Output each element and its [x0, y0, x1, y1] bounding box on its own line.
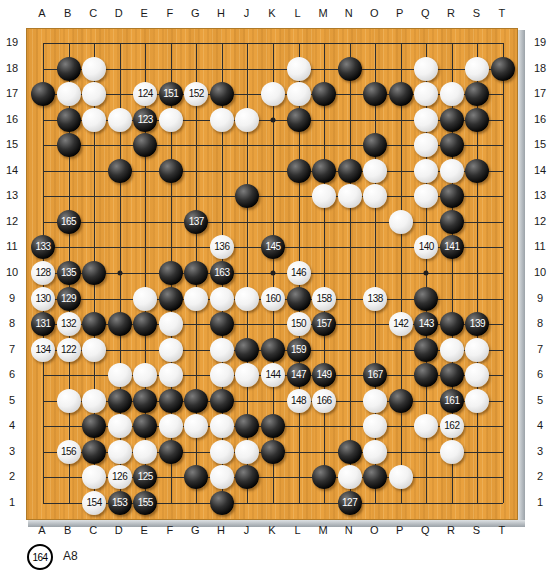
row-label-right-19: 19: [534, 36, 546, 48]
stone-D3: [108, 440, 132, 464]
stone-A8: 131: [31, 312, 55, 336]
move-number-R5: 161: [444, 396, 459, 406]
stone-C2: [82, 465, 106, 489]
move-number-A9: 130: [35, 294, 50, 304]
row-label-right-18: 18: [534, 62, 546, 74]
stone-P2: [389, 465, 413, 489]
stone-P8: 142: [389, 312, 413, 336]
col-label-bottom-K: K: [268, 524, 275, 536]
stone-R16: [440, 108, 464, 132]
row-label-left-4: 4: [9, 419, 15, 431]
move-number-D2: 126: [112, 472, 127, 482]
stone-O4: [363, 414, 387, 438]
stone-E5: [133, 389, 157, 413]
stone-P12: [389, 210, 413, 234]
stone-E3: [133, 440, 157, 464]
stone-H4: [210, 414, 234, 438]
move-number-L5: 148: [291, 396, 306, 406]
stone-G10: [184, 261, 208, 285]
stone-G2: [184, 465, 208, 489]
move-number-P8: 142: [393, 319, 408, 329]
stone-F16: [159, 108, 183, 132]
stone-E2: 125: [133, 465, 157, 489]
stone-Q18: [414, 57, 438, 81]
move-number-R4: 162: [444, 421, 459, 431]
stone-L17: [287, 82, 311, 106]
stone-O14: [363, 159, 387, 183]
stone-Q7: [414, 338, 438, 362]
move-number-E16: 123: [138, 115, 153, 125]
move-number-B8: 132: [61, 319, 76, 329]
stone-Q4: [414, 414, 438, 438]
stone-C8: [82, 312, 106, 336]
stone-J6: [235, 363, 259, 387]
stone-R14: [440, 159, 464, 183]
move-number-O9: 138: [368, 294, 383, 304]
caption-move-circle: 164: [27, 544, 53, 570]
move-number-Q8: 143: [419, 319, 434, 329]
move-number-E17: 124: [138, 89, 153, 99]
stone-Q15: [414, 133, 438, 157]
stone-R15: [440, 133, 464, 157]
row-label-left-17: 17: [6, 87, 18, 99]
stone-O13: [363, 184, 387, 208]
stone-N13: [338, 184, 362, 208]
stone-L16: [287, 108, 311, 132]
stone-C1: 154: [82, 491, 106, 515]
stone-B17: [57, 82, 81, 106]
move-number-O6: 167: [368, 370, 383, 380]
stone-K3: [261, 440, 285, 464]
stone-M13: [312, 184, 336, 208]
grid-line-col-T: [503, 43, 504, 503]
col-label-top-H: H: [217, 7, 225, 19]
row-label-right-8: 8: [537, 317, 543, 329]
stone-O9: 138: [363, 287, 387, 311]
col-label-top-F: F: [166, 7, 173, 19]
stone-O5: [363, 389, 387, 413]
move-number-R11: 141: [444, 242, 459, 252]
stone-E6: [133, 363, 157, 387]
stone-S8: 139: [465, 312, 489, 336]
stone-A11: 133: [31, 235, 55, 259]
stone-S6: [465, 363, 489, 387]
col-label-bottom-R: R: [447, 524, 455, 536]
stone-B3: 156: [57, 440, 81, 464]
stone-F10: [159, 261, 183, 285]
stone-J4: [235, 414, 259, 438]
move-number-L10: 146: [291, 268, 306, 278]
row-label-right-15: 15: [534, 138, 546, 150]
stone-J2: [235, 465, 259, 489]
stone-Q6: [414, 363, 438, 387]
row-label-right-5: 5: [537, 394, 543, 406]
col-label-bottom-O: O: [370, 524, 379, 536]
stone-B7: 122: [57, 338, 81, 362]
stone-M8: 157: [312, 312, 336, 336]
stone-H6: [210, 363, 234, 387]
stone-M14: [312, 159, 336, 183]
stone-G17: 152: [184, 82, 208, 106]
col-label-bottom-T: T: [499, 524, 506, 536]
stone-R13: [440, 184, 464, 208]
stone-E17: 124: [133, 82, 157, 106]
move-number-D1: 153: [112, 498, 127, 508]
stone-C16: [82, 108, 106, 132]
row-label-right-2: 2: [537, 470, 543, 482]
row-label-left-5: 5: [9, 394, 15, 406]
col-label-top-B: B: [64, 7, 71, 19]
board-surface: 1241511521231651371331361451401411281351…: [26, 28, 518, 520]
star-point-Q10: [424, 270, 429, 275]
stone-C18: [82, 57, 106, 81]
stone-J7: [235, 338, 259, 362]
stone-C3: [82, 440, 106, 464]
stone-B18: [57, 57, 81, 81]
move-number-B10: 135: [61, 268, 76, 278]
stone-P5: [389, 389, 413, 413]
stone-H1: [210, 491, 234, 515]
stone-E1: 155: [133, 491, 157, 515]
stone-J16: [235, 108, 259, 132]
move-number-A8: 131: [35, 319, 50, 329]
stone-N2: [338, 465, 362, 489]
caption-move-number: 164: [32, 552, 47, 563]
col-label-bottom-D: D: [115, 524, 123, 536]
stone-P17: [389, 82, 413, 106]
row-label-left-1: 1: [9, 496, 15, 508]
stone-F17: 151: [159, 82, 183, 106]
stone-E8: [133, 312, 157, 336]
stone-Q14: [414, 159, 438, 183]
move-number-B7: 122: [61, 345, 76, 355]
move-number-M6: 149: [317, 370, 332, 380]
stone-A10: 128: [31, 261, 55, 285]
move-number-G17: 152: [189, 89, 204, 99]
col-label-bottom-L: L: [294, 524, 300, 536]
stone-M17: [312, 82, 336, 106]
stone-H11: 136: [210, 235, 234, 259]
col-label-top-M: M: [319, 7, 328, 19]
stone-M6: 149: [312, 363, 336, 387]
col-label-top-E: E: [141, 7, 148, 19]
stone-O3: [363, 440, 387, 464]
stone-K4: [261, 414, 285, 438]
col-label-bottom-E: E: [141, 524, 148, 536]
caption-location: A8: [63, 549, 78, 563]
row-label-right-11: 11: [534, 240, 545, 252]
stone-Q8: 143: [414, 312, 438, 336]
stone-J9: [235, 287, 259, 311]
row-label-left-11: 11: [6, 240, 17, 252]
move-number-B3: 156: [61, 447, 76, 457]
stone-B15: [57, 133, 81, 157]
stone-E4: [133, 414, 157, 438]
stone-N3: [338, 440, 362, 464]
stone-H16: [210, 108, 234, 132]
stone-Q17: [414, 82, 438, 106]
stone-D6: [108, 363, 132, 387]
col-label-bottom-G: G: [191, 524, 200, 536]
row-label-right-13: 13: [534, 189, 546, 201]
move-number-M9: 158: [317, 294, 332, 304]
stone-B12: 165: [57, 210, 81, 234]
move-number-E2: 125: [138, 472, 153, 482]
stone-H2: [210, 465, 234, 489]
move-number-B12: 165: [61, 217, 76, 227]
stone-Q11: 140: [414, 235, 438, 259]
col-label-top-T: T: [499, 7, 506, 19]
stone-K11: 145: [261, 235, 285, 259]
col-label-bottom-A: A: [38, 524, 45, 536]
row-label-left-2: 2: [9, 470, 15, 482]
col-label-bottom-P: P: [396, 524, 403, 536]
star-point-K10: [270, 270, 275, 275]
row-label-left-10: 10: [6, 266, 18, 278]
stone-E15: [133, 133, 157, 157]
row-label-right-7: 7: [537, 343, 543, 355]
stone-S17: [465, 82, 489, 106]
stone-G4: [184, 414, 208, 438]
stone-K17: [261, 82, 285, 106]
move-number-K9: 160: [265, 294, 280, 304]
stone-O17: [363, 82, 387, 106]
stone-S5: [465, 389, 489, 413]
move-number-K6: 144: [265, 370, 280, 380]
stone-Q9: [414, 287, 438, 311]
row-label-left-6: 6: [9, 368, 15, 380]
row-label-right-12: 12: [534, 215, 546, 227]
board-edge-right: [518, 30, 525, 525]
col-label-top-G: G: [191, 7, 200, 19]
row-label-right-16: 16: [534, 113, 546, 125]
move-number-H11: 136: [214, 242, 229, 252]
stone-F7: [159, 338, 183, 362]
col-label-bottom-H: H: [217, 524, 225, 536]
stone-B5: [57, 389, 81, 413]
stone-R17: [440, 82, 464, 106]
stone-F6: [159, 363, 183, 387]
stone-R6: [440, 363, 464, 387]
move-number-H10: 163: [214, 268, 229, 278]
stone-D5: [108, 389, 132, 413]
stone-G12: 137: [184, 210, 208, 234]
stone-G5: [184, 389, 208, 413]
stone-E9: [133, 287, 157, 311]
stone-F4: [159, 414, 183, 438]
stone-R12: [440, 210, 464, 234]
row-label-left-8: 8: [9, 317, 15, 329]
col-label-top-R: R: [447, 7, 455, 19]
row-label-left-18: 18: [6, 62, 18, 74]
stone-A7: 134: [31, 338, 55, 362]
row-label-right-14: 14: [534, 164, 546, 176]
stone-Q13: [414, 184, 438, 208]
stone-R3: [440, 440, 464, 464]
stone-B10: 135: [57, 261, 81, 285]
stone-J3: [235, 440, 259, 464]
col-label-bottom-J: J: [244, 524, 250, 536]
stone-K6: 144: [261, 363, 285, 387]
stone-F9: [159, 287, 183, 311]
stone-O15: [363, 133, 387, 157]
stone-O2: [363, 465, 387, 489]
col-label-top-O: O: [370, 7, 379, 19]
stone-H9: [210, 287, 234, 311]
stone-A9: 130: [31, 287, 55, 311]
stone-N14: [338, 159, 362, 183]
stone-C10: [82, 261, 106, 285]
row-label-left-19: 19: [6, 36, 18, 48]
stone-K9: 160: [261, 287, 285, 311]
col-label-bottom-M: M: [319, 524, 328, 536]
stone-J13: [235, 184, 259, 208]
stone-E16: 123: [133, 108, 157, 132]
stone-F5: [159, 389, 183, 413]
col-label-top-N: N: [345, 7, 353, 19]
stone-L18: [287, 57, 311, 81]
stone-B8: 132: [57, 312, 81, 336]
col-label-top-C: C: [89, 7, 97, 19]
stone-F14: [159, 159, 183, 183]
col-label-bottom-B: B: [64, 524, 71, 536]
row-label-left-9: 9: [9, 292, 15, 304]
stone-D1: 153: [108, 491, 132, 515]
row-label-left-16: 16: [6, 113, 18, 125]
col-label-bottom-S: S: [473, 524, 480, 536]
move-number-N1: 127: [342, 498, 357, 508]
stone-H3: [210, 440, 234, 464]
col-label-top-D: D: [115, 7, 123, 19]
stone-D8: [108, 312, 132, 336]
stone-R11: 141: [440, 235, 464, 259]
stone-L7: 159: [287, 338, 311, 362]
row-label-right-6: 6: [537, 368, 543, 380]
stone-M5: 166: [312, 389, 336, 413]
col-label-top-P: P: [396, 7, 403, 19]
row-label-right-1: 1: [537, 496, 543, 508]
move-number-G12: 137: [189, 217, 204, 227]
move-number-M5: 166: [317, 396, 332, 406]
stone-K7: [261, 338, 285, 362]
row-label-left-12: 12: [6, 215, 18, 227]
row-label-left-14: 14: [6, 164, 18, 176]
stone-S16: [465, 108, 489, 132]
stone-A17: [31, 82, 55, 106]
stone-T18: [491, 57, 515, 81]
col-label-bottom-N: N: [345, 524, 353, 536]
stone-R7: [440, 338, 464, 362]
row-label-left-15: 15: [6, 138, 18, 150]
row-label-right-4: 4: [537, 419, 543, 431]
stone-H10: 163: [210, 261, 234, 285]
stone-R5: 161: [440, 389, 464, 413]
stone-H7: [210, 338, 234, 362]
row-label-left-3: 3: [9, 445, 15, 457]
stone-B16: [57, 108, 81, 132]
col-label-bottom-C: C: [89, 524, 97, 536]
row-label-left-7: 7: [9, 343, 15, 355]
stone-F8: [159, 312, 183, 336]
move-number-L7: 159: [291, 345, 306, 355]
col-label-top-A: A: [38, 7, 45, 19]
move-number-S8: 139: [470, 319, 485, 329]
stone-F3: [159, 440, 183, 464]
move-number-Q11: 140: [419, 242, 434, 252]
row-label-right-9: 9: [537, 292, 543, 304]
stone-D16: [108, 108, 132, 132]
move-number-M8: 157: [317, 319, 332, 329]
col-label-top-K: K: [268, 7, 275, 19]
move-number-A7: 134: [35, 345, 50, 355]
stone-S18: [465, 57, 489, 81]
stone-O6: 167: [363, 363, 387, 387]
row-label-right-3: 3: [537, 445, 543, 457]
col-label-top-L: L: [294, 7, 300, 19]
stone-L8: 150: [287, 312, 311, 336]
col-label-top-S: S: [473, 7, 480, 19]
move-number-A10: 128: [35, 268, 50, 278]
stone-C7: [82, 338, 106, 362]
move-number-L6: 147: [291, 370, 306, 380]
stone-L9: [287, 287, 311, 311]
stone-R4: 162: [440, 414, 464, 438]
stone-M9: 158: [312, 287, 336, 311]
stone-R8: [440, 312, 464, 336]
star-point-D10: [117, 270, 122, 275]
grid-line-col-P: [401, 43, 402, 503]
col-label-bottom-Q: Q: [421, 524, 430, 536]
stone-L10: 146: [287, 261, 311, 285]
row-label-left-13: 13: [6, 189, 18, 201]
move-number-A11: 133: [35, 242, 50, 252]
stone-M2: [312, 465, 336, 489]
stone-S14: [465, 159, 489, 183]
stone-N18: [338, 57, 362, 81]
move-number-B9: 129: [61, 294, 76, 304]
grid-line-col-N: [350, 43, 351, 503]
stone-C5: [82, 389, 106, 413]
stone-G9: [184, 287, 208, 311]
stone-H5: [210, 389, 234, 413]
move-number-F17: 151: [163, 89, 178, 99]
star-point-K16: [270, 117, 275, 122]
col-label-bottom-F: F: [166, 524, 173, 536]
stone-L5: 148: [287, 389, 311, 413]
move-number-E1: 155: [138, 498, 153, 508]
stone-N1: 127: [338, 491, 362, 515]
stone-H17: [210, 82, 234, 106]
stone-C17: [82, 82, 106, 106]
stone-C4: [82, 414, 106, 438]
move-number-C1: 154: [87, 498, 102, 508]
grid-line-col-M: [324, 43, 325, 503]
stone-D4: [108, 414, 132, 438]
stone-D2: 126: [108, 465, 132, 489]
stone-H8: [210, 312, 234, 336]
stone-S7: [465, 338, 489, 362]
col-label-top-J: J: [244, 7, 250, 19]
stone-L14: [287, 159, 311, 183]
go-board-diagram: 1241511521231651371331361451401411281351…: [0, 0, 550, 582]
move-number-L8: 150: [291, 319, 306, 329]
stone-L6: 147: [287, 363, 311, 387]
move-number-K11: 145: [265, 242, 280, 252]
row-label-right-10: 10: [534, 266, 546, 278]
col-label-top-Q: Q: [421, 7, 430, 19]
stone-B9: 129: [57, 287, 81, 311]
row-label-right-17: 17: [534, 87, 546, 99]
